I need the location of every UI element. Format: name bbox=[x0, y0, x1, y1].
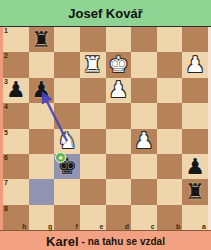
piece-black-rook[interactable]: ♜ bbox=[29, 27, 55, 52]
player-bottom-bar: Karel - na tahu se vzdal bbox=[0, 230, 211, 250]
square-e5[interactable] bbox=[80, 129, 106, 154]
square-g6[interactable] bbox=[29, 154, 55, 179]
rank-label-2: 2 bbox=[4, 52, 8, 59]
square-f7[interactable] bbox=[54, 179, 80, 204]
file-label-b: b bbox=[176, 223, 180, 230]
square-a3[interactable] bbox=[182, 78, 208, 103]
square-h8[interactable]: 8h bbox=[3, 205, 29, 230]
square-b3[interactable] bbox=[157, 78, 183, 103]
rank-label-6: 6 bbox=[4, 154, 8, 161]
piece-white-king[interactable]: ♚ bbox=[106, 52, 132, 77]
square-g7[interactable] bbox=[29, 179, 55, 204]
chess-game-card: Josef Kovář 1♜2♜♚♟3♟♟♟45♞♟6♚♟7♜8hgfedcba… bbox=[0, 0, 211, 250]
square-g3[interactable]: ♟ bbox=[29, 78, 55, 103]
square-b2[interactable] bbox=[157, 52, 183, 77]
square-c5[interactable]: ♟ bbox=[131, 129, 157, 154]
rank-label-4: 4 bbox=[4, 103, 8, 110]
square-c8[interactable]: c bbox=[131, 205, 157, 230]
file-label-e: e bbox=[100, 223, 104, 230]
square-h1[interactable]: 1 bbox=[3, 27, 29, 52]
square-d5[interactable] bbox=[106, 129, 132, 154]
square-b4[interactable] bbox=[157, 103, 183, 128]
file-label-h: h bbox=[22, 223, 26, 230]
square-d3[interactable]: ♟ bbox=[106, 78, 132, 103]
rank-label-8: 8 bbox=[4, 205, 8, 212]
square-a5[interactable] bbox=[182, 129, 208, 154]
square-b5[interactable] bbox=[157, 129, 183, 154]
square-c4[interactable] bbox=[131, 103, 157, 128]
square-h5[interactable]: 5 bbox=[3, 129, 29, 154]
square-e6[interactable] bbox=[80, 154, 106, 179]
square-e4[interactable] bbox=[80, 103, 106, 128]
player-top-bar: Josef Kovář bbox=[0, 0, 211, 27]
square-h2[interactable]: 2 bbox=[3, 52, 29, 77]
file-label-d: d bbox=[125, 223, 129, 230]
square-h4[interactable]: 4 bbox=[3, 103, 29, 128]
piece-white-rook[interactable]: ♜ bbox=[80, 52, 106, 77]
piece-white-knight[interactable]: ♞ bbox=[54, 129, 80, 154]
rank-label-7: 7 bbox=[4, 179, 8, 186]
file-label-a: a bbox=[202, 223, 206, 230]
piece-white-pawn[interactable]: ♟ bbox=[131, 129, 157, 154]
square-f1[interactable] bbox=[54, 27, 80, 52]
file-label-g: g bbox=[48, 223, 52, 230]
square-e7[interactable] bbox=[80, 179, 106, 204]
square-b8[interactable]: b bbox=[157, 205, 183, 230]
piece-black-rook[interactable]: ♜ bbox=[182, 179, 208, 204]
square-e8[interactable]: e bbox=[80, 205, 106, 230]
square-e3[interactable] bbox=[80, 78, 106, 103]
file-label-f: f bbox=[76, 223, 78, 230]
square-g8[interactable]: g bbox=[29, 205, 55, 230]
square-a4[interactable] bbox=[182, 103, 208, 128]
square-f4[interactable] bbox=[54, 103, 80, 128]
file-label-c: c bbox=[151, 223, 155, 230]
square-f6[interactable]: ♚ bbox=[54, 154, 80, 179]
rank-label-5: 5 bbox=[4, 129, 8, 136]
square-d6[interactable] bbox=[106, 154, 132, 179]
piece-white-pawn[interactable]: ♟ bbox=[182, 52, 208, 77]
piece-black-pawn[interactable]: ♟ bbox=[3, 78, 29, 103]
square-g4[interactable] bbox=[29, 103, 55, 128]
square-d4[interactable] bbox=[106, 103, 132, 128]
square-d1[interactable] bbox=[106, 27, 132, 52]
board-right-edge bbox=[208, 27, 211, 230]
square-c3[interactable] bbox=[131, 78, 157, 103]
piece-black-pawn[interactable]: ♟ bbox=[182, 154, 208, 179]
square-g5[interactable] bbox=[29, 129, 55, 154]
square-f3[interactable] bbox=[54, 78, 80, 103]
square-c1[interactable] bbox=[131, 27, 157, 52]
board-zone: 1♜2♜♚♟3♟♟♟45♞♟6♚♟7♜8hgfedcba ★ bbox=[0, 27, 211, 230]
square-a1[interactable] bbox=[182, 27, 208, 52]
square-f5[interactable]: ♞ bbox=[54, 129, 80, 154]
square-b6[interactable] bbox=[157, 154, 183, 179]
chess-board: 1♜2♜♚♟3♟♟♟45♞♟6♚♟7♜8hgfedcba bbox=[3, 27, 208, 230]
square-d2[interactable]: ♚ bbox=[106, 52, 132, 77]
piece-black-king[interactable]: ♚ bbox=[54, 154, 80, 179]
square-e1[interactable] bbox=[80, 27, 106, 52]
player-top-name: Josef Kovář bbox=[68, 6, 142, 21]
piece-white-pawn[interactable]: ♟ bbox=[106, 78, 132, 103]
square-a7[interactable]: ♜ bbox=[182, 179, 208, 204]
square-d8[interactable]: d bbox=[106, 205, 132, 230]
square-g1[interactable]: ♜ bbox=[29, 27, 55, 52]
square-b7[interactable] bbox=[157, 179, 183, 204]
player-bottom-name: Karel bbox=[46, 234, 79, 249]
square-f2[interactable] bbox=[54, 52, 80, 77]
square-e2[interactable]: ♜ bbox=[80, 52, 106, 77]
square-c7[interactable] bbox=[131, 179, 157, 204]
player-bottom-status: - na tahu se vzdal bbox=[82, 236, 165, 247]
square-a2[interactable]: ♟ bbox=[182, 52, 208, 77]
square-f8[interactable]: f bbox=[54, 205, 80, 230]
square-g2[interactable] bbox=[29, 52, 55, 77]
square-c6[interactable] bbox=[131, 154, 157, 179]
rank-label-1: 1 bbox=[4, 27, 8, 34]
square-d7[interactable] bbox=[106, 179, 132, 204]
square-h7[interactable]: 7 bbox=[3, 179, 29, 204]
square-a8[interactable]: a bbox=[182, 205, 208, 230]
square-h3[interactable]: 3♟ bbox=[3, 78, 29, 103]
square-a6[interactable]: ♟ bbox=[182, 154, 208, 179]
square-h6[interactable]: 6 bbox=[3, 154, 29, 179]
piece-black-pawn[interactable]: ♟ bbox=[29, 78, 55, 103]
square-c2[interactable] bbox=[131, 52, 157, 77]
square-b1[interactable] bbox=[157, 27, 183, 52]
